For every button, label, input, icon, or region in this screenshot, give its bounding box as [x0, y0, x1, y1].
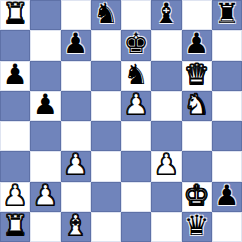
square-h5[interactable] — [212, 91, 242, 121]
square-c4[interactable] — [61, 121, 91, 151]
square-g7[interactable]: ♟ — [182, 30, 212, 60]
square-e8[interactable] — [121, 0, 151, 30]
square-h4[interactable] — [212, 121, 242, 151]
piece-black-pawn[interactable]: ♟ — [3, 61, 28, 89]
square-h8[interactable]: ♜ — [212, 0, 242, 30]
square-b7[interactable] — [30, 30, 60, 60]
square-a5[interactable] — [0, 91, 30, 121]
square-a6[interactable]: ♟ — [0, 61, 30, 91]
square-f6[interactable] — [151, 61, 181, 91]
square-f5[interactable] — [151, 91, 181, 121]
square-b3[interactable] — [30, 151, 60, 181]
square-e6[interactable]: ♞ — [121, 61, 151, 91]
piece-black-queen[interactable]: ♛ — [184, 212, 209, 240]
square-a7[interactable] — [0, 30, 30, 60]
square-b6[interactable] — [30, 61, 60, 91]
square-a1[interactable]: ♜ — [0, 212, 30, 242]
piece-black-pawn[interactable]: ♟ — [184, 30, 209, 58]
chess-board: ♜♞♝♜♟♚♟♟♞♛♟♟♞♟♟♟♟♚♟♜♝♛ — [0, 0, 242, 242]
square-d1[interactable] — [91, 212, 121, 242]
square-g1[interactable]: ♛ — [182, 212, 212, 242]
square-b2[interactable]: ♟ — [30, 182, 60, 212]
square-c2[interactable] — [61, 182, 91, 212]
square-g4[interactable] — [182, 121, 212, 151]
piece-white-rook[interactable]: ♜ — [3, 0, 28, 28]
piece-white-pawn[interactable]: ♟ — [33, 182, 58, 210]
square-h6[interactable] — [212, 61, 242, 91]
piece-black-pawn[interactable]: ♟ — [214, 182, 239, 210]
square-d3[interactable] — [91, 151, 121, 181]
square-f8[interactable]: ♝ — [151, 0, 181, 30]
square-f4[interactable] — [151, 121, 181, 151]
square-d7[interactable] — [91, 30, 121, 60]
square-e4[interactable] — [121, 121, 151, 151]
piece-white-rook[interactable]: ♜ — [3, 212, 28, 240]
piece-white-pawn[interactable]: ♟ — [124, 91, 149, 119]
square-a4[interactable] — [0, 121, 30, 151]
square-g3[interactable] — [182, 151, 212, 181]
square-f2[interactable] — [151, 182, 181, 212]
square-b4[interactable] — [30, 121, 60, 151]
square-h3[interactable] — [212, 151, 242, 181]
square-h7[interactable] — [212, 30, 242, 60]
square-c8[interactable] — [61, 0, 91, 30]
square-c5[interactable] — [61, 91, 91, 121]
piece-black-knight[interactable]: ♞ — [93, 0, 118, 28]
piece-white-knight[interactable]: ♞ — [184, 91, 209, 119]
piece-black-pawn[interactable]: ♟ — [63, 30, 88, 58]
piece-black-rook[interactable]: ♜ — [214, 0, 239, 28]
square-a3[interactable] — [0, 151, 30, 181]
square-f7[interactable] — [151, 30, 181, 60]
square-g2[interactable]: ♚ — [182, 182, 212, 212]
square-a2[interactable]: ♟ — [0, 182, 30, 212]
square-b1[interactable] — [30, 212, 60, 242]
square-b5[interactable]: ♟ — [30, 91, 60, 121]
piece-white-bishop[interactable]: ♝ — [63, 212, 88, 240]
square-d8[interactable]: ♞ — [91, 0, 121, 30]
square-d6[interactable] — [91, 61, 121, 91]
square-e7[interactable]: ♚ — [121, 30, 151, 60]
piece-black-king[interactable]: ♚ — [124, 30, 149, 58]
square-c3[interactable]: ♟ — [61, 151, 91, 181]
square-g6[interactable]: ♛ — [182, 61, 212, 91]
square-e2[interactable] — [121, 182, 151, 212]
square-b8[interactable] — [30, 0, 60, 30]
square-f3[interactable]: ♟ — [151, 151, 181, 181]
piece-black-bishop[interactable]: ♝ — [154, 0, 179, 28]
square-f1[interactable] — [151, 212, 181, 242]
piece-black-pawn[interactable]: ♟ — [33, 91, 58, 119]
square-g5[interactable]: ♞ — [182, 91, 212, 121]
piece-white-queen[interactable]: ♛ — [184, 61, 209, 89]
square-g8[interactable] — [182, 0, 212, 30]
square-h2[interactable]: ♟ — [212, 182, 242, 212]
square-c1[interactable]: ♝ — [61, 212, 91, 242]
piece-white-pawn[interactable]: ♟ — [154, 151, 179, 179]
square-c6[interactable] — [61, 61, 91, 91]
square-a8[interactable]: ♜ — [0, 0, 30, 30]
piece-black-knight[interactable]: ♞ — [124, 61, 149, 89]
square-e5[interactable]: ♟ — [121, 91, 151, 121]
square-e3[interactable] — [121, 151, 151, 181]
square-c7[interactable]: ♟ — [61, 30, 91, 60]
square-e1[interactable] — [121, 212, 151, 242]
square-d4[interactable] — [91, 121, 121, 151]
piece-white-pawn[interactable]: ♟ — [63, 151, 88, 179]
square-h1[interactable] — [212, 212, 242, 242]
square-d2[interactable] — [91, 182, 121, 212]
piece-white-pawn[interactable]: ♟ — [3, 182, 28, 210]
piece-white-king[interactable]: ♚ — [184, 182, 209, 210]
square-d5[interactable] — [91, 91, 121, 121]
